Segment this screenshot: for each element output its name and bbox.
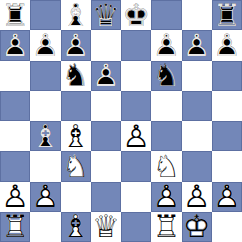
square-d5[interactable] <box>91 91 121 121</box>
white-bishop-icon: ♝♗ <box>61 121 91 151</box>
square-b1[interactable] <box>30 212 60 242</box>
square-f7[interactable]: ♟♙ <box>151 30 181 60</box>
square-a3[interactable] <box>0 151 30 181</box>
black-pawn-icon: ♟♙ <box>212 30 242 60</box>
black-bishop-icon: ♝♗ <box>61 0 91 30</box>
square-h5[interactable] <box>212 91 242 121</box>
square-e3[interactable] <box>121 151 151 181</box>
white-knight-icon: ♞♘ <box>61 151 91 181</box>
white-pawn-icon: ♟♙ <box>0 182 30 212</box>
black-pawn-icon: ♟♙ <box>91 61 121 91</box>
square-c3[interactable]: ♞♘ <box>61 151 91 181</box>
square-b5[interactable] <box>30 91 60 121</box>
square-f4[interactable] <box>151 121 181 151</box>
square-c2[interactable] <box>61 182 91 212</box>
square-d6[interactable]: ♟♙ <box>91 61 121 91</box>
square-g5[interactable] <box>182 91 212 121</box>
square-g1[interactable]: ♚♔ <box>182 212 212 242</box>
white-pawn-icon: ♟♙ <box>121 121 151 151</box>
square-f5[interactable] <box>151 91 181 121</box>
black-pawn-icon: ♟♙ <box>182 30 212 60</box>
square-h3[interactable] <box>212 151 242 181</box>
square-b2[interactable]: ♟♙ <box>30 182 60 212</box>
square-e7[interactable] <box>121 30 151 60</box>
black-knight-icon: ♞♘ <box>151 61 181 91</box>
white-pawn-icon: ♟♙ <box>212 182 242 212</box>
square-h4[interactable] <box>212 121 242 151</box>
square-d4[interactable] <box>91 121 121 151</box>
square-d2[interactable] <box>91 182 121 212</box>
square-e8[interactable]: ♚♔ <box>121 0 151 30</box>
square-c7[interactable]: ♟♙ <box>61 30 91 60</box>
square-b7[interactable]: ♟♙ <box>30 30 60 60</box>
square-f3[interactable]: ♞♘ <box>151 151 181 181</box>
square-a5[interactable] <box>0 91 30 121</box>
square-g8[interactable] <box>182 0 212 30</box>
square-h2[interactable]: ♟♙ <box>212 182 242 212</box>
square-a4[interactable] <box>0 121 30 151</box>
square-b6[interactable] <box>30 61 60 91</box>
square-a1[interactable]: ♜♖ <box>0 212 30 242</box>
square-e6[interactable] <box>121 61 151 91</box>
white-knight-icon: ♞♘ <box>151 151 181 181</box>
square-g7[interactable]: ♟♙ <box>182 30 212 60</box>
square-h8[interactable]: ♜♖ <box>212 0 242 30</box>
black-rook-icon: ♜♖ <box>0 0 30 30</box>
square-e4[interactable]: ♟♙ <box>121 121 151 151</box>
black-king-icon: ♚♔ <box>121 0 151 30</box>
black-knight-icon: ♞♘ <box>61 61 91 91</box>
white-bishop-icon: ♝♗ <box>61 212 91 242</box>
square-b4[interactable]: ♝♗ <box>30 121 60 151</box>
square-g4[interactable] <box>182 121 212 151</box>
square-g3[interactable] <box>182 151 212 181</box>
square-d3[interactable] <box>91 151 121 181</box>
black-rook-icon: ♜♖ <box>212 0 242 30</box>
white-pawn-icon: ♟♙ <box>151 182 181 212</box>
square-a7[interactable]: ♟♙ <box>0 30 30 60</box>
square-e2[interactable] <box>121 182 151 212</box>
chess-board: ♜♖♝♗♛♕♚♔♜♖♟♙♟♙♟♙♟♙♟♙♟♙♞♘♟♙♞♘♝♗♝♗♟♙♞♘♞♘♟♙… <box>0 0 242 242</box>
square-f2[interactable]: ♟♙ <box>151 182 181 212</box>
white-pawn-icon: ♟♙ <box>182 182 212 212</box>
square-b8[interactable] <box>30 0 60 30</box>
white-rook-icon: ♜♖ <box>151 212 181 242</box>
square-g6[interactable] <box>182 61 212 91</box>
square-a6[interactable] <box>0 61 30 91</box>
square-f1[interactable]: ♜♖ <box>151 212 181 242</box>
black-pawn-icon: ♟♙ <box>61 30 91 60</box>
square-f8[interactable] <box>151 0 181 30</box>
square-e1[interactable] <box>121 212 151 242</box>
square-c4[interactable]: ♝♗ <box>61 121 91 151</box>
square-h1[interactable] <box>212 212 242 242</box>
square-c5[interactable] <box>61 91 91 121</box>
white-rook-icon: ♜♖ <box>0 212 30 242</box>
black-bishop-icon: ♝♗ <box>30 121 60 151</box>
black-queen-icon: ♛♕ <box>91 0 121 30</box>
white-king-icon: ♚♔ <box>182 212 212 242</box>
square-a8[interactable]: ♜♖ <box>0 0 30 30</box>
square-d1[interactable]: ♛♕ <box>91 212 121 242</box>
square-d7[interactable] <box>91 30 121 60</box>
white-pawn-icon: ♟♙ <box>30 182 60 212</box>
square-g2[interactable]: ♟♙ <box>182 182 212 212</box>
black-pawn-icon: ♟♙ <box>30 30 60 60</box>
square-c6[interactable]: ♞♘ <box>61 61 91 91</box>
square-h7[interactable]: ♟♙ <box>212 30 242 60</box>
square-h6[interactable] <box>212 61 242 91</box>
square-c1[interactable]: ♝♗ <box>61 212 91 242</box>
square-c8[interactable]: ♝♗ <box>61 0 91 30</box>
square-d8[interactable]: ♛♕ <box>91 0 121 30</box>
square-a2[interactable]: ♟♙ <box>0 182 30 212</box>
square-b3[interactable] <box>30 151 60 181</box>
black-pawn-icon: ♟♙ <box>151 30 181 60</box>
square-e5[interactable] <box>121 91 151 121</box>
square-f6[interactable]: ♞♘ <box>151 61 181 91</box>
white-queen-icon: ♛♕ <box>91 212 121 242</box>
black-pawn-icon: ♟♙ <box>0 30 30 60</box>
